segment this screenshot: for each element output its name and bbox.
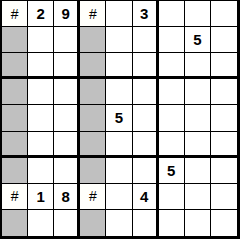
cell-r4c9[interactable] [211,79,237,105]
cell-r4c6[interactable] [133,79,159,105]
cell-r3c9[interactable] [211,53,237,79]
cell-r9c9[interactable] [211,210,237,236]
cell-r3c8[interactable] [185,53,211,79]
cell-r9c5[interactable] [106,210,132,236]
cell-r4c7[interactable] [159,79,185,105]
cell-r2c9[interactable] [211,27,237,53]
cell-r3c6[interactable] [133,53,159,79]
cell-r9c3[interactable] [54,210,80,236]
cell-r2c5[interactable] [106,27,132,53]
cell-r7c7[interactable]: 5 [159,158,185,184]
cell-r6c8[interactable] [185,132,211,158]
cell-r1c5[interactable] [106,1,132,27]
cell-r6c3[interactable] [54,132,80,158]
cell-r1c9[interactable] [211,1,237,27]
cell-r7c5[interactable] [106,158,132,184]
cell-r7c2[interactable] [28,158,54,184]
cell-r3c2[interactable] [28,53,54,79]
cell-r5c6[interactable] [133,105,159,131]
cell-r5c1[interactable] [2,105,28,131]
cell-r6c5[interactable] [106,132,132,158]
cell-r9c4[interactable] [80,210,106,236]
cell-r2c1[interactable] [2,27,28,53]
cell-r2c6[interactable] [133,27,159,53]
cell-r1c1[interactable]: # [2,1,28,27]
cell-r1c7[interactable] [159,1,185,27]
cell-r4c5[interactable] [106,79,132,105]
cell-r4c3[interactable] [54,79,80,105]
cell-r1c8[interactable] [185,1,211,27]
cell-r7c4[interactable] [80,158,106,184]
cell-r3c3[interactable] [54,53,80,79]
cell-r3c5[interactable] [106,53,132,79]
cell-r7c8[interactable] [185,158,211,184]
cell-r9c1[interactable] [2,210,28,236]
cell-r6c1[interactable] [2,132,28,158]
cell-r2c7[interactable] [159,27,185,53]
cell-r5c2[interactable] [28,105,54,131]
cell-r2c4[interactable] [80,27,106,53]
cell-r6c7[interactable] [159,132,185,158]
cell-r4c8[interactable] [185,79,211,105]
cell-r3c7[interactable] [159,53,185,79]
cell-r9c7[interactable] [159,210,185,236]
cell-r1c4[interactable]: # [80,1,106,27]
cell-r4c4[interactable] [80,79,106,105]
cell-r8c7[interactable] [159,184,185,210]
cell-r5c4[interactable] [80,105,106,131]
cell-r6c6[interactable] [133,132,159,158]
cell-r8c2[interactable]: 1 [28,184,54,210]
cell-r8c1[interactable]: # [2,184,28,210]
cell-r9c8[interactable] [185,210,211,236]
cell-r8c3[interactable]: 8 [54,184,80,210]
cell-r5c8[interactable] [185,105,211,131]
cell-r5c7[interactable] [159,105,185,131]
cell-r6c9[interactable] [211,132,237,158]
cell-r8c6[interactable]: 4 [133,184,159,210]
cell-r4c1[interactable] [2,79,28,105]
cell-r3c4[interactable] [80,53,106,79]
cell-r2c8[interactable]: 5 [185,27,211,53]
cell-r7c9[interactable] [211,158,237,184]
cell-r1c6[interactable]: 3 [133,1,159,27]
cell-r7c3[interactable] [54,158,80,184]
cell-r4c2[interactable] [28,79,54,105]
cell-r8c9[interactable] [211,184,237,210]
cell-r2c2[interactable] [28,27,54,53]
cell-r8c5[interactable] [106,184,132,210]
sudoku-board: #29#3555#18#4 [0,0,240,239]
cell-r6c2[interactable] [28,132,54,158]
cell-r9c6[interactable] [133,210,159,236]
sudoku-board-container: #29#3555#18#4 [0,0,240,239]
cell-r3c1[interactable] [2,53,28,79]
cell-r7c6[interactable] [133,158,159,184]
cell-r5c3[interactable] [54,105,80,131]
cell-r8c4[interactable]: # [80,184,106,210]
cell-r9c2[interactable] [28,210,54,236]
cell-r5c5[interactable]: 5 [106,105,132,131]
cell-r1c3[interactable]: 9 [54,1,80,27]
cell-r5c9[interactable] [211,105,237,131]
cell-r2c3[interactable] [54,27,80,53]
cell-r7c1[interactable] [2,158,28,184]
cell-r1c2[interactable]: 2 [28,1,54,27]
cell-r6c4[interactable] [80,132,106,158]
cell-r8c8[interactable] [185,184,211,210]
